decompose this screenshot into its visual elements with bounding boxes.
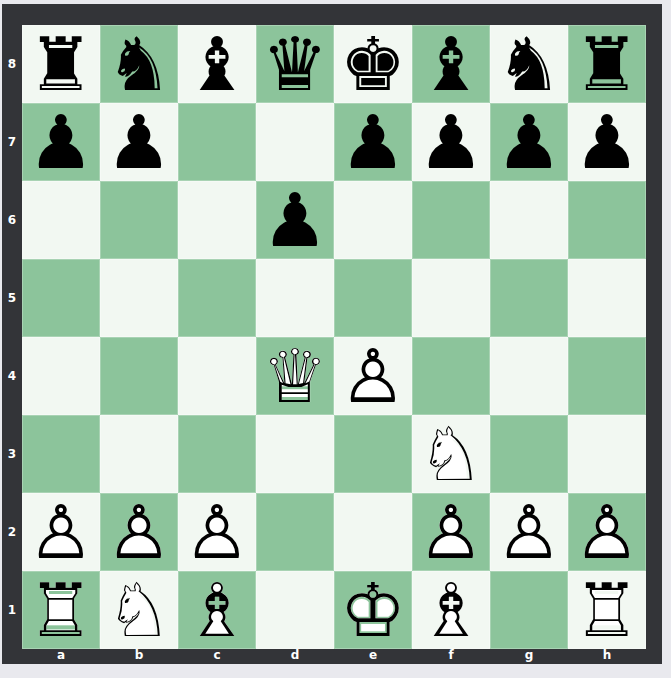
square-c8[interactable]: ♝: [178, 25, 256, 103]
piece-glyph-outline: ♙: [334, 337, 412, 415]
square-h1[interactable]: ♜♖: [568, 571, 646, 649]
square-h8[interactable]: ♜: [568, 25, 646, 103]
piece-black-pawn[interactable]: ♟: [568, 103, 646, 181]
square-b3[interactable]: [100, 415, 178, 493]
square-f5[interactable]: [412, 259, 490, 337]
file-label-g: g: [490, 649, 568, 664]
square-c7[interactable]: [178, 103, 256, 181]
chessboard: ♜♞♝♛♚♝♞♜♟♟♟♟♟♟♟♛♕♟♙♞♘♟♙♟♙♟♙♟♙♟♙♟♙♜♖♞♘♝♗♚…: [22, 25, 646, 649]
piece-black-bishop[interactable]: ♝: [412, 25, 490, 103]
square-d2[interactable]: [256, 493, 334, 571]
piece-glyph-outline: ♙: [22, 493, 100, 571]
piece-white-bishop[interactable]: ♝♗: [412, 571, 490, 649]
square-e4[interactable]: ♟♙: [334, 337, 412, 415]
piece-white-bishop[interactable]: ♝♗: [178, 571, 256, 649]
piece-glyph-fill: ♟: [568, 103, 646, 181]
square-b4[interactable]: [100, 337, 178, 415]
piece-glyph-outline: ♘: [100, 571, 178, 649]
square-a8[interactable]: ♜: [22, 25, 100, 103]
square-f7[interactable]: ♟: [412, 103, 490, 181]
square-a4[interactable]: [22, 337, 100, 415]
square-g6[interactable]: [490, 181, 568, 259]
square-h6[interactable]: [568, 181, 646, 259]
square-c4[interactable]: [178, 337, 256, 415]
rank-label-3: 3: [2, 415, 22, 493]
square-g8[interactable]: ♞: [490, 25, 568, 103]
square-d6[interactable]: ♟: [256, 181, 334, 259]
piece-white-pawn[interactable]: ♟♙: [412, 493, 490, 571]
piece-white-rook[interactable]: ♜♖: [568, 571, 646, 649]
square-h2[interactable]: ♟♙: [568, 493, 646, 571]
square-f4[interactable]: [412, 337, 490, 415]
piece-glyph-outline: ♙: [100, 493, 178, 571]
piece-white-pawn[interactable]: ♟♙: [100, 493, 178, 571]
piece-glyph-fill: ♟: [334, 103, 412, 181]
piece-glyph-fill: ♟: [412, 103, 490, 181]
square-e7[interactable]: ♟: [334, 103, 412, 181]
piece-glyph-outline: ♘: [412, 415, 490, 493]
piece-glyph-fill: ♚: [334, 25, 412, 103]
square-d1[interactable]: [256, 571, 334, 649]
piece-glyph-outline: ♕: [256, 337, 334, 415]
square-d8[interactable]: ♛: [256, 25, 334, 103]
square-h4[interactable]: [568, 337, 646, 415]
piece-glyph-fill: ♟: [256, 181, 334, 259]
piece-white-pawn[interactable]: ♟♙: [334, 337, 412, 415]
piece-black-rook[interactable]: ♜: [568, 25, 646, 103]
piece-white-knight[interactable]: ♞♘: [100, 571, 178, 649]
piece-glyph-outline: ♖: [22, 571, 100, 649]
piece-glyph-outline: ♙: [568, 493, 646, 571]
chessboard-frame: 87654321 ♜♞♝♛♚♝♞♜♟♟♟♟♟♟♟♛♕♟♙♞♘♟♙♟♙♟♙♟♙♟♙…: [2, 4, 662, 664]
square-f2[interactable]: ♟♙: [412, 493, 490, 571]
piece-glyph-fill: ♝: [412, 25, 490, 103]
square-b8[interactable]: ♞: [100, 25, 178, 103]
piece-white-pawn[interactable]: ♟♙: [22, 493, 100, 571]
square-e3[interactable]: [334, 415, 412, 493]
square-g5[interactable]: [490, 259, 568, 337]
square-e6[interactable]: [334, 181, 412, 259]
square-d5[interactable]: [256, 259, 334, 337]
square-a5[interactable]: [22, 259, 100, 337]
rank-label-6: 6: [2, 181, 22, 259]
piece-glyph-fill: ♝: [178, 25, 256, 103]
piece-white-pawn[interactable]: ♟♙: [490, 493, 568, 571]
square-e1[interactable]: ♚♔: [334, 571, 412, 649]
square-d3[interactable]: [256, 415, 334, 493]
rank-label-5: 5: [2, 259, 22, 337]
square-h5[interactable]: [568, 259, 646, 337]
piece-white-knight[interactable]: ♞♘: [412, 415, 490, 493]
square-c3[interactable]: [178, 415, 256, 493]
piece-white-pawn[interactable]: ♟♙: [568, 493, 646, 571]
square-c2[interactable]: ♟♙: [178, 493, 256, 571]
square-g2[interactable]: ♟♙: [490, 493, 568, 571]
square-f3[interactable]: ♞♘: [412, 415, 490, 493]
square-a1[interactable]: ♜♖: [22, 571, 100, 649]
square-a2[interactable]: ♟♙: [22, 493, 100, 571]
piece-glyph-outline: ♙: [490, 493, 568, 571]
piece-black-pawn[interactable]: ♟: [22, 103, 100, 181]
piece-black-pawn[interactable]: ♟: [256, 181, 334, 259]
square-b5[interactable]: [100, 259, 178, 337]
piece-glyph-fill: ♞: [490, 25, 568, 103]
square-f8[interactable]: ♝: [412, 25, 490, 103]
rank-label-7: 7: [2, 103, 22, 181]
piece-black-pawn[interactable]: ♟: [100, 103, 178, 181]
piece-glyph-outline: ♙: [412, 493, 490, 571]
piece-white-rook[interactable]: ♜♖: [22, 571, 100, 649]
square-h3[interactable]: [568, 415, 646, 493]
page-background: 87654321 ♜♞♝♛♚♝♞♜♟♟♟♟♟♟♟♛♕♟♙♞♘♟♙♟♙♟♙♟♙♟♙…: [0, 0, 671, 678]
piece-glyph-outline: ♖: [568, 571, 646, 649]
piece-white-queen[interactable]: ♛♕: [256, 337, 334, 415]
square-b1[interactable]: ♞♘: [100, 571, 178, 649]
rank-label-4: 4: [2, 337, 22, 415]
square-a7[interactable]: ♟: [22, 103, 100, 181]
square-g4[interactable]: [490, 337, 568, 415]
rank-labels: 87654321: [2, 25, 22, 649]
square-h7[interactable]: ♟: [568, 103, 646, 181]
square-b7[interactable]: ♟: [100, 103, 178, 181]
square-d7[interactable]: [256, 103, 334, 181]
piece-glyph-outline: ♗: [412, 571, 490, 649]
piece-glyph-fill: ♞: [100, 25, 178, 103]
rank-label-2: 2: [2, 493, 22, 571]
square-f6[interactable]: [412, 181, 490, 259]
piece-glyph-fill: ♜: [568, 25, 646, 103]
piece-black-pawn[interactable]: ♟: [490, 103, 568, 181]
piece-black-rook[interactable]: ♜: [22, 25, 100, 103]
square-c5[interactable]: [178, 259, 256, 337]
piece-black-knight[interactable]: ♞: [490, 25, 568, 103]
piece-black-pawn[interactable]: ♟: [412, 103, 490, 181]
piece-glyph-fill: ♟: [490, 103, 568, 181]
square-e8[interactable]: ♚: [334, 25, 412, 103]
square-b2[interactable]: ♟♙: [100, 493, 178, 571]
piece-black-queen[interactable]: ♛: [256, 25, 334, 103]
square-e5[interactable]: [334, 259, 412, 337]
square-b6[interactable]: [100, 181, 178, 259]
rank-label-8: 8: [2, 25, 22, 103]
piece-black-bishop[interactable]: ♝: [178, 25, 256, 103]
piece-glyph-outline: ♙: [178, 493, 256, 571]
rank-label-1: 1: [2, 571, 22, 649]
square-g7[interactable]: ♟: [490, 103, 568, 181]
piece-white-pawn[interactable]: ♟♙: [178, 493, 256, 571]
file-label-d: d: [256, 649, 334, 664]
square-c1[interactable]: ♝♗: [178, 571, 256, 649]
square-f1[interactable]: ♝♗: [412, 571, 490, 649]
square-a3[interactable]: [22, 415, 100, 493]
piece-glyph-fill: ♛: [256, 25, 334, 103]
piece-glyph-outline: ♗: [178, 571, 256, 649]
square-c6[interactable]: [178, 181, 256, 259]
piece-black-knight[interactable]: ♞: [100, 25, 178, 103]
piece-glyph-fill: ♟: [100, 103, 178, 181]
square-g1[interactable]: [490, 571, 568, 649]
piece-black-pawn[interactable]: ♟: [334, 103, 412, 181]
piece-glyph-fill: ♜: [22, 25, 100, 103]
square-g3[interactable]: [490, 415, 568, 493]
piece-glyph-fill: ♟: [22, 103, 100, 181]
piece-black-king[interactable]: ♚: [334, 25, 412, 103]
piece-white-king[interactable]: ♚♔: [334, 571, 412, 649]
square-a6[interactable]: [22, 181, 100, 259]
square-d4[interactable]: ♛♕: [256, 337, 334, 415]
square-e2[interactable]: [334, 493, 412, 571]
piece-glyph-outline: ♔: [334, 571, 412, 649]
